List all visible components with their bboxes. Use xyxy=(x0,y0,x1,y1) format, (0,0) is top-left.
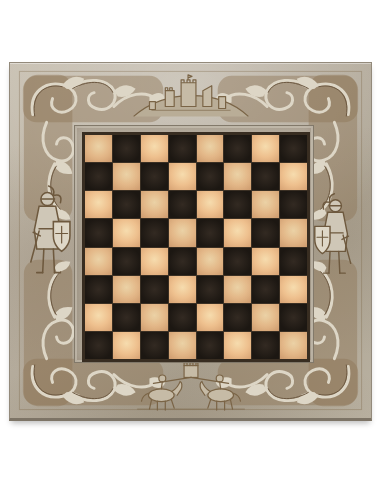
square-e3[interactable] xyxy=(197,276,224,303)
square-d4[interactable] xyxy=(169,248,196,275)
square-d2[interactable] xyxy=(169,304,196,331)
square-h5[interactable] xyxy=(280,219,307,246)
square-b5[interactable] xyxy=(113,219,140,246)
square-d3[interactable] xyxy=(169,276,196,303)
square-a1[interactable] xyxy=(85,332,112,359)
square-c5[interactable] xyxy=(141,219,168,246)
square-f3[interactable] xyxy=(224,276,251,303)
square-e2[interactable] xyxy=(197,304,224,331)
board-grid xyxy=(82,132,310,362)
square-e6[interactable] xyxy=(197,191,224,218)
square-f6[interactable] xyxy=(224,191,251,218)
square-f5[interactable] xyxy=(224,219,251,246)
square-e5[interactable] xyxy=(197,219,224,246)
square-c6[interactable] xyxy=(141,191,168,218)
square-h1[interactable] xyxy=(280,332,307,359)
square-b1[interactable] xyxy=(113,332,140,359)
square-b3[interactable] xyxy=(113,276,140,303)
square-c4[interactable] xyxy=(141,248,168,275)
square-e4[interactable] xyxy=(197,248,224,275)
square-f2[interactable] xyxy=(224,304,251,331)
square-d6[interactable] xyxy=(169,191,196,218)
square-h8[interactable] xyxy=(280,135,307,162)
square-c1[interactable] xyxy=(141,332,168,359)
square-a6[interactable] xyxy=(85,191,112,218)
square-c8[interactable] xyxy=(141,135,168,162)
square-a8[interactable] xyxy=(85,135,112,162)
square-g6[interactable] xyxy=(252,191,279,218)
square-c2[interactable] xyxy=(141,304,168,331)
square-e7[interactable] xyxy=(197,163,224,190)
square-b8[interactable] xyxy=(113,135,140,162)
square-d7[interactable] xyxy=(169,163,196,190)
square-e1[interactable] xyxy=(197,332,224,359)
square-a2[interactable] xyxy=(85,304,112,331)
square-b7[interactable] xyxy=(113,163,140,190)
square-f8[interactable] xyxy=(224,135,251,162)
square-e8[interactable] xyxy=(197,135,224,162)
square-b4[interactable] xyxy=(113,248,140,275)
square-d1[interactable] xyxy=(169,332,196,359)
square-h7[interactable] xyxy=(280,163,307,190)
square-f4[interactable] xyxy=(224,248,251,275)
square-h3[interactable] xyxy=(280,276,307,303)
square-d8[interactable] xyxy=(169,135,196,162)
square-d5[interactable] xyxy=(169,219,196,246)
square-h2[interactable] xyxy=(280,304,307,331)
square-g5[interactable] xyxy=(252,219,279,246)
square-a3[interactable] xyxy=(85,276,112,303)
chess-board-photo xyxy=(9,62,372,421)
square-b2[interactable] xyxy=(113,304,140,331)
square-g1[interactable] xyxy=(252,332,279,359)
square-a5[interactable] xyxy=(85,219,112,246)
square-b6[interactable] xyxy=(113,191,140,218)
product-photo-stage xyxy=(0,0,381,492)
square-f7[interactable] xyxy=(224,163,251,190)
square-c3[interactable] xyxy=(141,276,168,303)
square-g3[interactable] xyxy=(252,276,279,303)
square-a7[interactable] xyxy=(85,163,112,190)
square-g7[interactable] xyxy=(252,163,279,190)
square-g8[interactable] xyxy=(252,135,279,162)
square-h6[interactable] xyxy=(280,191,307,218)
square-g2[interactable] xyxy=(252,304,279,331)
square-a4[interactable] xyxy=(85,248,112,275)
square-h4[interactable] xyxy=(280,248,307,275)
square-g4[interactable] xyxy=(252,248,279,275)
square-f1[interactable] xyxy=(224,332,251,359)
square-c7[interactable] xyxy=(141,163,168,190)
